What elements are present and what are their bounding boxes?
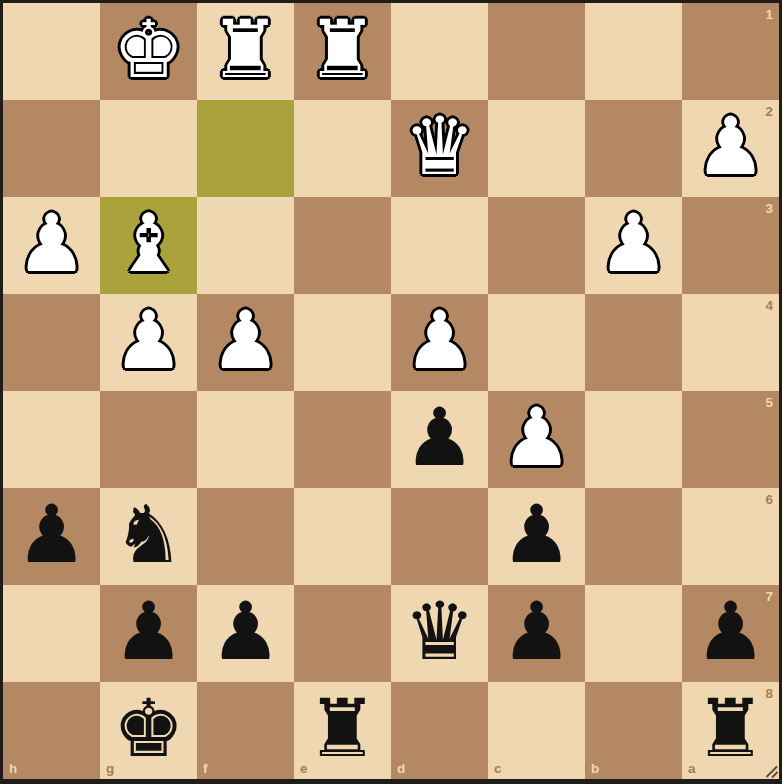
square-e5[interactable] xyxy=(294,391,391,488)
square-e3[interactable] xyxy=(294,197,391,294)
square-h1[interactable] xyxy=(3,3,100,100)
square-g5[interactable] xyxy=(100,391,197,488)
square-b5[interactable] xyxy=(585,391,682,488)
piece-white-pawn[interactable]: ♟ xyxy=(695,107,767,187)
square-a3[interactable]: 3 xyxy=(682,197,779,294)
square-h4[interactable] xyxy=(3,294,100,391)
piece-black-king[interactable]: ♚ xyxy=(113,689,185,769)
square-a7[interactable]: ♟7 xyxy=(682,585,779,682)
square-g4[interactable]: ♟ xyxy=(100,294,197,391)
piece-black-pawn[interactable]: ♟ xyxy=(113,592,185,672)
square-b1[interactable] xyxy=(585,3,682,100)
square-f5[interactable] xyxy=(197,391,294,488)
square-h5[interactable] xyxy=(3,391,100,488)
square-f2[interactable] xyxy=(197,100,294,197)
square-g2[interactable] xyxy=(100,100,197,197)
square-e4[interactable] xyxy=(294,294,391,391)
piece-black-pawn[interactable]: ♟ xyxy=(695,592,767,672)
piece-black-rook[interactable]: ♜ xyxy=(695,689,767,769)
piece-black-rook[interactable]: ♜ xyxy=(307,689,379,769)
rank-label-5: 5 xyxy=(765,396,773,410)
square-c6[interactable]: ♟ xyxy=(488,488,585,585)
square-h3[interactable]: ♟ xyxy=(3,197,100,294)
square-h7[interactable] xyxy=(3,585,100,682)
square-a1[interactable]: 1 xyxy=(682,3,779,100)
square-d3[interactable] xyxy=(391,197,488,294)
chess-board: ♚♜♜1♛♟2♟♝♟3♟♟♟4♟♟5♟♞♟6♟♟♛♟♟7h♚gf♜edcb♜8a xyxy=(3,3,779,779)
square-e6[interactable] xyxy=(294,488,391,585)
piece-white-pawn[interactable]: ♟ xyxy=(404,301,476,381)
piece-white-pawn[interactable]: ♟ xyxy=(598,204,670,284)
square-d7[interactable]: ♛ xyxy=(391,585,488,682)
square-b8[interactable]: b xyxy=(585,682,682,779)
square-b7[interactable] xyxy=(585,585,682,682)
file-label-h: h xyxy=(9,762,17,776)
file-label-c: c xyxy=(494,762,502,776)
piece-black-knight[interactable]: ♞ xyxy=(113,495,185,575)
piece-black-pawn[interactable]: ♟ xyxy=(501,495,573,575)
piece-white-queen[interactable]: ♛ xyxy=(404,107,476,187)
piece-white-king[interactable]: ♚ xyxy=(113,10,185,90)
square-g6[interactable]: ♞ xyxy=(100,488,197,585)
piece-white-rook[interactable]: ♜ xyxy=(307,10,379,90)
square-c5[interactable]: ♟ xyxy=(488,391,585,488)
square-e8[interactable]: ♜e xyxy=(294,682,391,779)
file-label-d: d xyxy=(397,762,405,776)
square-b3[interactable]: ♟ xyxy=(585,197,682,294)
piece-black-pawn[interactable]: ♟ xyxy=(210,592,282,672)
square-h2[interactable] xyxy=(3,100,100,197)
square-b4[interactable] xyxy=(585,294,682,391)
square-f4[interactable]: ♟ xyxy=(197,294,294,391)
piece-black-pawn[interactable]: ♟ xyxy=(16,495,88,575)
square-d8[interactable]: d xyxy=(391,682,488,779)
square-e7[interactable] xyxy=(294,585,391,682)
square-c4[interactable] xyxy=(488,294,585,391)
square-e2[interactable] xyxy=(294,100,391,197)
rank-label-6: 6 xyxy=(765,493,773,507)
square-g8[interactable]: ♚g xyxy=(100,682,197,779)
square-d4[interactable]: ♟ xyxy=(391,294,488,391)
square-a6[interactable]: 6 xyxy=(682,488,779,585)
square-f3[interactable] xyxy=(197,197,294,294)
square-c2[interactable] xyxy=(488,100,585,197)
square-f7[interactable]: ♟ xyxy=(197,585,294,682)
rank-label-7: 7 xyxy=(765,590,773,604)
square-g7[interactable]: ♟ xyxy=(100,585,197,682)
square-d1[interactable] xyxy=(391,3,488,100)
square-a5[interactable]: 5 xyxy=(682,391,779,488)
rank-label-2: 2 xyxy=(765,105,773,119)
file-label-b: b xyxy=(591,762,599,776)
rank-label-4: 4 xyxy=(765,299,773,313)
square-f8[interactable]: f xyxy=(197,682,294,779)
board-resize-handle-icon[interactable] xyxy=(763,763,779,779)
chess-board-frame: ♚♜♜1♛♟2♟♝♟3♟♟♟4♟♟5♟♞♟6♟♟♛♟♟7h♚gf♜edcb♜8a xyxy=(0,0,782,784)
square-g1[interactable]: ♚ xyxy=(100,3,197,100)
square-a2[interactable]: ♟2 xyxy=(682,100,779,197)
square-d6[interactable] xyxy=(391,488,488,585)
piece-white-pawn[interactable]: ♟ xyxy=(210,301,282,381)
square-e1[interactable]: ♜ xyxy=(294,3,391,100)
square-c7[interactable]: ♟ xyxy=(488,585,585,682)
piece-white-pawn[interactable]: ♟ xyxy=(501,398,573,478)
rank-label-1: 1 xyxy=(765,8,773,22)
square-d5[interactable]: ♟ xyxy=(391,391,488,488)
square-h6[interactable]: ♟ xyxy=(3,488,100,585)
piece-black-pawn[interactable]: ♟ xyxy=(501,592,573,672)
square-c1[interactable] xyxy=(488,3,585,100)
piece-black-queen[interactable]: ♛ xyxy=(404,592,476,672)
square-c3[interactable] xyxy=(488,197,585,294)
piece-white-rook[interactable]: ♜ xyxy=(210,10,282,90)
square-f6[interactable] xyxy=(197,488,294,585)
file-label-f: f xyxy=(203,762,208,776)
square-g3[interactable]: ♝ xyxy=(100,197,197,294)
square-d2[interactable]: ♛ xyxy=(391,100,488,197)
square-b2[interactable] xyxy=(585,100,682,197)
piece-white-pawn[interactable]: ♟ xyxy=(16,204,88,284)
piece-white-pawn[interactable]: ♟ xyxy=(113,301,185,381)
piece-black-pawn[interactable]: ♟ xyxy=(404,398,476,478)
piece-white-bishop[interactable]: ♝ xyxy=(113,204,185,284)
rank-label-3: 3 xyxy=(765,202,773,216)
square-b6[interactable] xyxy=(585,488,682,585)
square-a4[interactable]: 4 xyxy=(682,294,779,391)
square-h8[interactable]: h xyxy=(3,682,100,779)
rank-label-8: 8 xyxy=(765,687,773,701)
square-f1[interactable]: ♜ xyxy=(197,3,294,100)
square-c8[interactable]: c xyxy=(488,682,585,779)
